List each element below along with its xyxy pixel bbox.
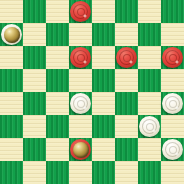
square-c5[interactable] bbox=[46, 69, 69, 92]
square-c2 bbox=[46, 138, 69, 161]
piece-ring-outer bbox=[142, 119, 157, 134]
square-f3 bbox=[115, 115, 138, 138]
piece-ring-inner bbox=[146, 123, 154, 131]
square-h5 bbox=[161, 69, 184, 92]
square-g1[interactable] bbox=[138, 161, 161, 184]
piece-ring-outer bbox=[73, 96, 88, 111]
square-h4[interactable] bbox=[161, 92, 184, 115]
square-d6[interactable] bbox=[69, 46, 92, 69]
square-c4 bbox=[46, 92, 69, 115]
piece-ring-outer bbox=[165, 50, 180, 65]
square-h2[interactable] bbox=[161, 138, 184, 161]
square-c1[interactable] bbox=[46, 161, 69, 184]
square-c3[interactable] bbox=[46, 115, 69, 138]
square-f2[interactable] bbox=[115, 138, 138, 161]
piece-highlight bbox=[129, 60, 133, 64]
square-e7[interactable] bbox=[92, 23, 115, 46]
white-man-piece[interactable] bbox=[139, 116, 160, 137]
square-e5[interactable] bbox=[92, 69, 115, 92]
square-d4[interactable] bbox=[69, 92, 92, 115]
piece-highlight bbox=[175, 152, 179, 156]
piece-highlight bbox=[83, 106, 87, 110]
square-g7[interactable] bbox=[138, 23, 161, 46]
red-man-piece[interactable] bbox=[70, 1, 91, 22]
square-a4 bbox=[0, 92, 23, 115]
square-d1 bbox=[69, 161, 92, 184]
square-d5 bbox=[69, 69, 92, 92]
square-g4 bbox=[138, 92, 161, 115]
white-man-piece[interactable] bbox=[162, 139, 183, 160]
square-e3[interactable] bbox=[92, 115, 115, 138]
square-g2 bbox=[138, 138, 161, 161]
square-f7 bbox=[115, 23, 138, 46]
piece-ring-inner bbox=[123, 54, 131, 62]
square-d8[interactable] bbox=[69, 0, 92, 23]
white-king-piece[interactable] bbox=[1, 24, 22, 45]
square-b8[interactable] bbox=[23, 0, 46, 23]
square-g6 bbox=[138, 46, 161, 69]
square-a2 bbox=[0, 138, 23, 161]
white-man-piece[interactable] bbox=[70, 93, 91, 114]
square-h6[interactable] bbox=[161, 46, 184, 69]
square-a7[interactable] bbox=[0, 23, 23, 46]
square-g5[interactable] bbox=[138, 69, 161, 92]
checkers-board bbox=[0, 0, 184, 184]
red-king-piece[interactable] bbox=[70, 139, 91, 160]
square-d3 bbox=[69, 115, 92, 138]
square-c6 bbox=[46, 46, 69, 69]
king-crown-ball bbox=[4, 27, 20, 43]
red-man-piece[interactable] bbox=[116, 47, 137, 68]
square-f8[interactable] bbox=[115, 0, 138, 23]
square-b2[interactable] bbox=[23, 138, 46, 161]
piece-ring-inner bbox=[77, 100, 85, 108]
square-b4[interactable] bbox=[23, 92, 46, 115]
square-a1[interactable] bbox=[0, 161, 23, 184]
square-a5[interactable] bbox=[0, 69, 23, 92]
square-c8 bbox=[46, 0, 69, 23]
piece-ring-inner bbox=[169, 54, 177, 62]
square-h1 bbox=[161, 161, 184, 184]
square-f1 bbox=[115, 161, 138, 184]
square-d7 bbox=[69, 23, 92, 46]
red-man-piece[interactable] bbox=[70, 47, 91, 68]
square-h8[interactable] bbox=[161, 0, 184, 23]
square-a3[interactable] bbox=[0, 115, 23, 138]
piece-ring-inner bbox=[77, 54, 85, 62]
square-g8 bbox=[138, 0, 161, 23]
square-e2 bbox=[92, 138, 115, 161]
square-e8 bbox=[92, 0, 115, 23]
square-a6 bbox=[0, 46, 23, 69]
piece-highlight bbox=[175, 106, 179, 110]
square-f4[interactable] bbox=[115, 92, 138, 115]
square-e6 bbox=[92, 46, 115, 69]
square-b1 bbox=[23, 161, 46, 184]
square-b7 bbox=[23, 23, 46, 46]
piece-ring-outer bbox=[73, 50, 88, 65]
piece-highlight bbox=[152, 129, 156, 133]
square-g3[interactable] bbox=[138, 115, 161, 138]
piece-ring-inner bbox=[169, 100, 177, 108]
king-crown-ball bbox=[73, 142, 89, 158]
square-e1[interactable] bbox=[92, 161, 115, 184]
piece-highlight bbox=[175, 60, 179, 64]
piece-ring-inner bbox=[77, 8, 85, 16]
piece-ring-outer bbox=[165, 142, 180, 157]
square-f6[interactable] bbox=[115, 46, 138, 69]
red-man-piece[interactable] bbox=[162, 47, 183, 68]
square-b3 bbox=[23, 115, 46, 138]
piece-ring-inner bbox=[169, 146, 177, 154]
square-f5 bbox=[115, 69, 138, 92]
square-h3 bbox=[161, 115, 184, 138]
square-d2[interactable] bbox=[69, 138, 92, 161]
square-b5 bbox=[23, 69, 46, 92]
square-e4 bbox=[92, 92, 115, 115]
square-c7[interactable] bbox=[46, 23, 69, 46]
piece-ring-outer bbox=[165, 96, 180, 111]
piece-highlight bbox=[83, 60, 87, 64]
square-h7 bbox=[161, 23, 184, 46]
square-b6[interactable] bbox=[23, 46, 46, 69]
square-a8 bbox=[0, 0, 23, 23]
piece-highlight bbox=[83, 14, 87, 18]
piece-ring-outer bbox=[119, 50, 134, 65]
piece-ring-outer bbox=[73, 4, 88, 19]
white-man-piece[interactable] bbox=[162, 93, 183, 114]
